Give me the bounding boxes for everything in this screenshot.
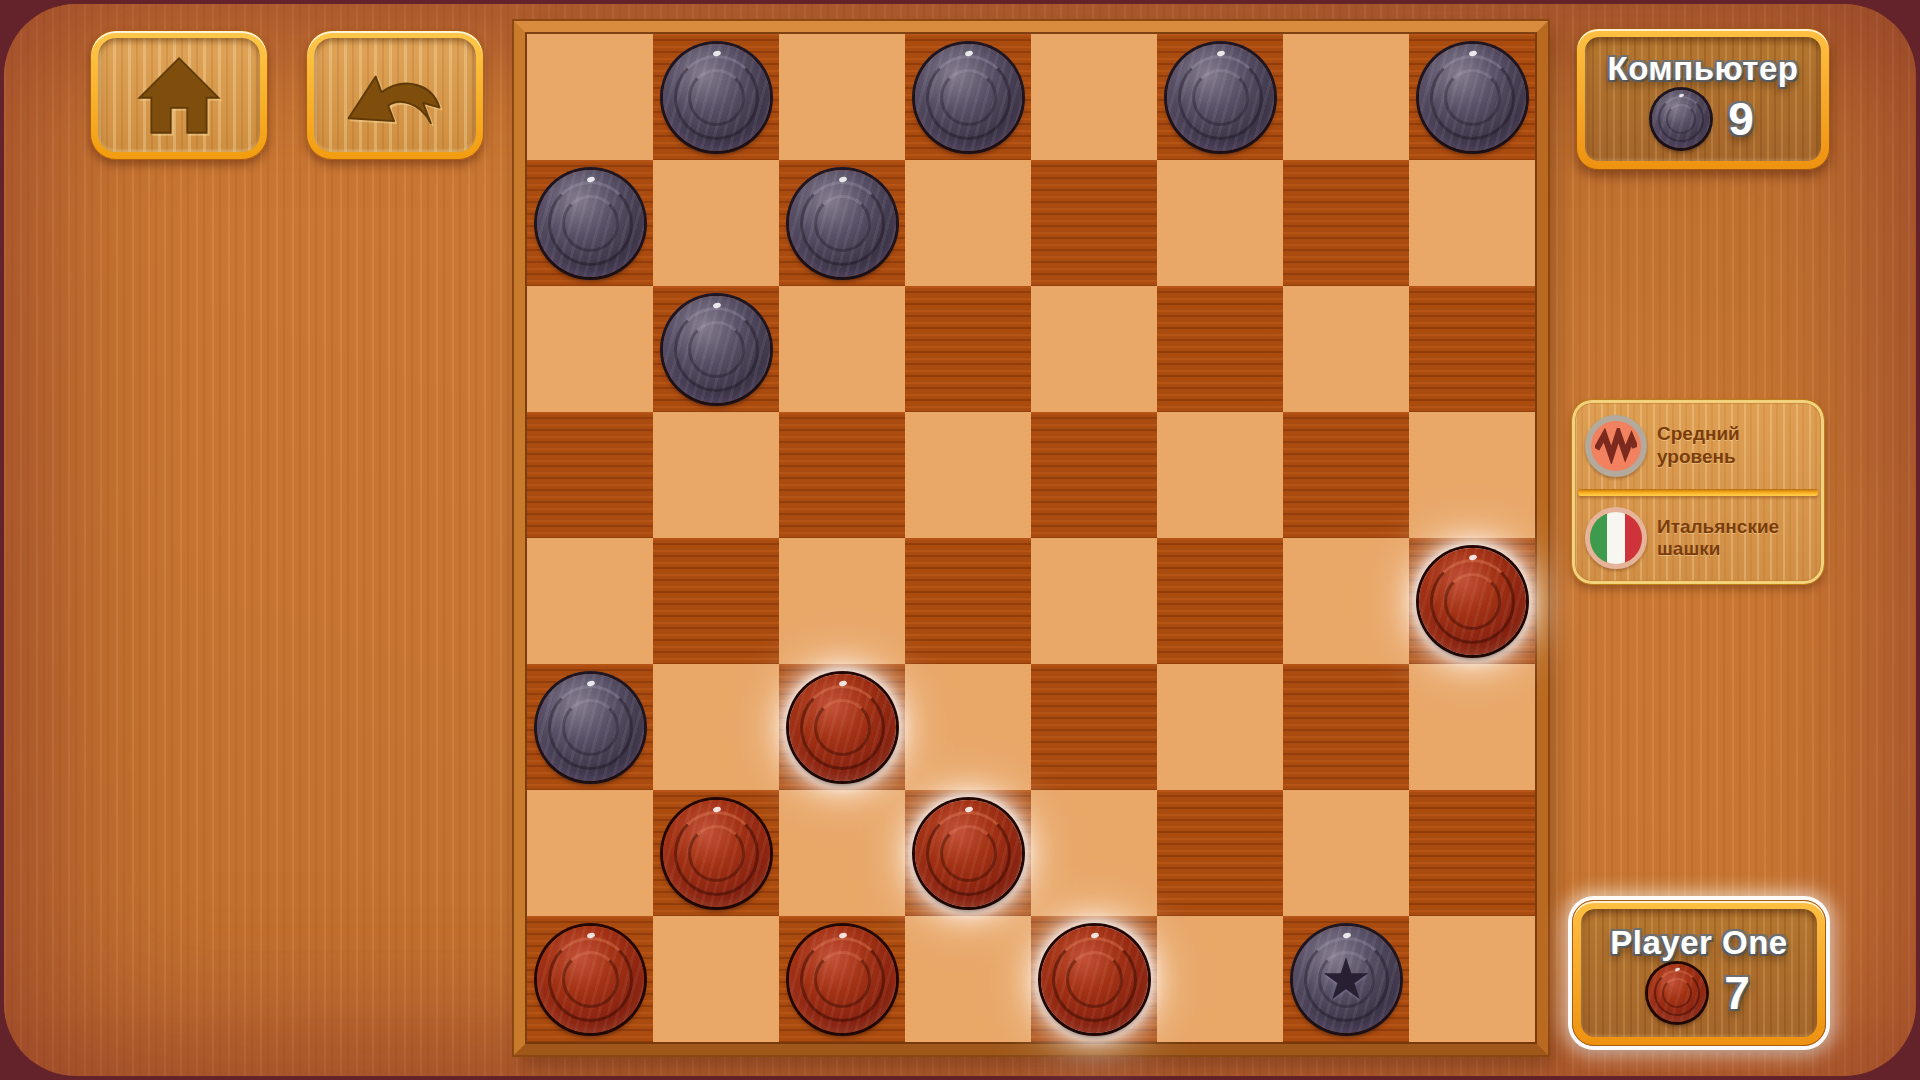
cell-r5c7 xyxy=(1283,538,1409,664)
cell-r5c4[interactable] xyxy=(905,538,1031,664)
player-piece-icon xyxy=(1648,964,1706,1022)
cell-r1c2[interactable] xyxy=(653,34,779,160)
home-icon xyxy=(131,49,227,141)
cell-r2c3[interactable] xyxy=(779,160,905,286)
undo-button-face xyxy=(314,38,476,152)
cell-r1c1 xyxy=(527,34,653,160)
specular-highlight xyxy=(964,50,973,57)
italian-flag-icon xyxy=(1585,507,1647,569)
specular-highlight xyxy=(586,680,595,687)
cell-r4c5[interactable] xyxy=(1031,412,1157,538)
specular-highlight xyxy=(712,302,721,309)
board: ★ xyxy=(527,34,1535,1042)
seismograph-zigzag-icon xyxy=(1585,415,1647,477)
variant-label: Итальянские шашки xyxy=(1657,516,1811,561)
checker-dark[interactable] xyxy=(1167,44,1274,151)
checker-red[interactable] xyxy=(789,674,896,781)
cell-r4c6 xyxy=(1157,412,1283,538)
cell-r4c3[interactable] xyxy=(779,412,905,538)
specular-highlight xyxy=(1675,967,1681,971)
cell-r3c1 xyxy=(527,286,653,412)
cell-r8c6 xyxy=(1157,916,1283,1042)
cell-r2c1[interactable] xyxy=(527,160,653,286)
cell-r5c6[interactable] xyxy=(1157,538,1283,664)
home-button[interactable] xyxy=(90,30,268,160)
difficulty-label: Средний уровень xyxy=(1657,423,1811,468)
cell-r3c2[interactable] xyxy=(653,286,779,412)
cell-r1c3 xyxy=(779,34,905,160)
checker-dark[interactable] xyxy=(915,44,1022,151)
cell-r4c8 xyxy=(1409,412,1535,538)
cell-r1c8[interactable] xyxy=(1409,34,1535,160)
cell-r5c2[interactable] xyxy=(653,538,779,664)
checker-dark[interactable] xyxy=(663,44,770,151)
undo-arrow-icon xyxy=(337,50,453,140)
cell-r4c7[interactable] xyxy=(1283,412,1409,538)
checker-red[interactable] xyxy=(1041,926,1148,1033)
cell-r8c7[interactable]: ★ xyxy=(1283,916,1409,1042)
computer-title: Компьютер xyxy=(1607,50,1798,88)
difficulty-row: Средний уровень xyxy=(1575,403,1821,489)
cell-r6c6 xyxy=(1157,664,1283,790)
player-score-panel: Player One 7 xyxy=(1572,900,1826,1046)
cell-r1c7 xyxy=(1283,34,1409,160)
checker-dark[interactable] xyxy=(537,674,644,781)
cell-r4c4 xyxy=(905,412,1031,538)
home-button-face xyxy=(98,38,260,152)
checker-red[interactable] xyxy=(537,926,644,1033)
cell-r2c2 xyxy=(653,160,779,286)
specular-highlight xyxy=(712,50,721,57)
cell-r2c8 xyxy=(1409,160,1535,286)
cell-r7c1 xyxy=(527,790,653,916)
cell-r4c1[interactable] xyxy=(527,412,653,538)
cell-r7c8[interactable] xyxy=(1409,790,1535,916)
cell-r3c3 xyxy=(779,286,905,412)
specular-highlight xyxy=(1468,50,1477,57)
game-screen: ★ Компьютер 9 Средний уровень Италь xyxy=(0,0,1920,1080)
specular-highlight xyxy=(964,806,973,813)
cell-r1c6[interactable] xyxy=(1157,34,1283,160)
checker-dark[interactable] xyxy=(663,296,770,403)
cell-r2c5[interactable] xyxy=(1031,160,1157,286)
cell-r3c4[interactable] xyxy=(905,286,1031,412)
computer-piece-icon xyxy=(1652,90,1710,148)
specular-highlight xyxy=(586,932,595,939)
specular-highlight xyxy=(1090,932,1099,939)
cell-r7c4[interactable] xyxy=(905,790,1031,916)
specular-highlight xyxy=(1216,50,1225,57)
cell-r8c4 xyxy=(905,916,1031,1042)
cell-r6c3[interactable] xyxy=(779,664,905,790)
cell-r5c3 xyxy=(779,538,905,664)
cell-r8c1[interactable] xyxy=(527,916,653,1042)
player-title: Player One xyxy=(1610,924,1787,962)
cell-r2c6 xyxy=(1157,160,1283,286)
cell-r7c5 xyxy=(1031,790,1157,916)
checker-dark[interactable] xyxy=(537,170,644,277)
specular-highlight xyxy=(838,932,847,939)
cell-r1c5 xyxy=(1031,34,1157,160)
cell-r6c1[interactable] xyxy=(527,664,653,790)
cell-r5c1 xyxy=(527,538,653,664)
settings-panel: Средний уровень Итальянские шашки xyxy=(1572,400,1824,584)
cell-r2c7[interactable] xyxy=(1283,160,1409,286)
cell-r8c8 xyxy=(1409,916,1535,1042)
checker-dark[interactable] xyxy=(789,170,896,277)
cell-r7c7 xyxy=(1283,790,1409,916)
specular-highlight xyxy=(1468,554,1477,561)
cell-r6c2 xyxy=(653,664,779,790)
panel-divider xyxy=(1578,489,1818,496)
specular-highlight xyxy=(586,176,595,183)
cell-r6c7[interactable] xyxy=(1283,664,1409,790)
cell-r7c2[interactable] xyxy=(653,790,779,916)
specular-highlight xyxy=(838,680,847,687)
undo-button[interactable] xyxy=(306,30,484,160)
board-frame: ★ xyxy=(514,21,1548,1055)
variant-row: Итальянские шашки xyxy=(1575,496,1821,582)
cell-r8c5[interactable] xyxy=(1031,916,1157,1042)
cell-r6c5[interactable] xyxy=(1031,664,1157,790)
checker-dark-king[interactable]: ★ xyxy=(1293,926,1400,1033)
cell-r4c2 xyxy=(653,412,779,538)
cell-r3c5 xyxy=(1031,286,1157,412)
cell-r1c4[interactable] xyxy=(905,34,1031,160)
cell-r8c3[interactable] xyxy=(779,916,905,1042)
specular-highlight xyxy=(712,806,721,813)
checker-red[interactable] xyxy=(915,800,1022,907)
cell-r2c4 xyxy=(905,160,1031,286)
cell-r5c8[interactable] xyxy=(1409,538,1535,664)
cell-r7c6[interactable] xyxy=(1157,790,1283,916)
cell-r3c7 xyxy=(1283,286,1409,412)
checker-red[interactable] xyxy=(1419,548,1526,655)
cell-r6c8 xyxy=(1409,664,1535,790)
checker-dark[interactable] xyxy=(1419,44,1526,151)
computer-score-panel: Компьютер 9 xyxy=(1576,28,1830,170)
cell-r8c2 xyxy=(653,916,779,1042)
cell-r7c3 xyxy=(779,790,905,916)
cell-r5c5 xyxy=(1031,538,1157,664)
computer-piece-count: 9 xyxy=(1728,92,1754,146)
cell-r3c8[interactable] xyxy=(1409,286,1535,412)
player-piece-count: 7 xyxy=(1724,966,1750,1020)
cell-r3c6[interactable] xyxy=(1157,286,1283,412)
specular-highlight xyxy=(838,176,847,183)
checker-red[interactable] xyxy=(663,800,770,907)
specular-highlight xyxy=(1679,93,1685,97)
king-star-icon: ★ xyxy=(1293,926,1400,1033)
checker-red[interactable] xyxy=(789,926,896,1033)
cell-r6c4 xyxy=(905,664,1031,790)
